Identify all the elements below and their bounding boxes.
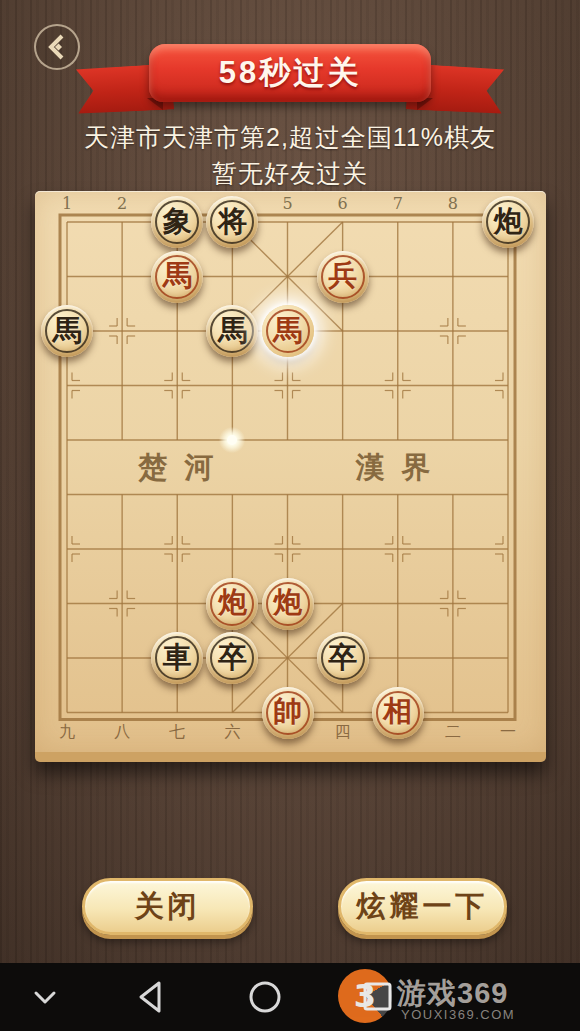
back-nav-icon[interactable]: [128, 975, 172, 1019]
river-label-left: 楚河: [130, 448, 231, 488]
xiangqi-board[interactable]: 123456789 九八七六五四三二一 楚河 漢界 象将炮馬兵馬馬馬炮炮車卒卒帥…: [35, 191, 546, 762]
piece-character: 兵: [328, 261, 357, 290]
piece-character: 馬: [163, 261, 192, 290]
piece-character: 車: [163, 643, 192, 672]
piece-black-f3r9[interactable]: 車: [151, 632, 203, 684]
piece-black-f4r3[interactable]: 馬: [206, 305, 258, 357]
file-label-bottom-9: 一: [493, 722, 523, 743]
file-label-top-7: 7: [383, 194, 413, 213]
piece-character: 卒: [328, 643, 357, 672]
piece-character: 帥: [273, 697, 302, 726]
home-nav-icon[interactable]: [243, 975, 287, 1019]
move-origin-marker: [219, 427, 245, 453]
piece-red-f5r3[interactable]: 馬: [262, 305, 314, 357]
file-label-top-6: 6: [328, 194, 358, 213]
close-button[interactable]: 关闭: [82, 878, 253, 935]
result-banner: 58秒过关: [75, 42, 505, 114]
banner-title: 58秒过关: [219, 52, 361, 94]
piece-red-f3r2[interactable]: 馬: [151, 251, 203, 303]
piece-black-f6r9[interactable]: 卒: [317, 632, 369, 684]
file-label-bottom-8: 二: [438, 722, 468, 743]
piece-character: 炮: [494, 207, 523, 236]
close-button-label: 关闭: [135, 887, 201, 927]
piece-character: 炮: [218, 588, 247, 617]
piece-red-f5r8[interactable]: 炮: [262, 578, 314, 630]
back-button[interactable]: [34, 24, 80, 70]
file-label-top-8: 8: [438, 194, 468, 213]
piece-character: 象: [163, 207, 192, 236]
piece-character: 卒: [218, 643, 247, 672]
piece-character: 相: [383, 697, 412, 726]
piece-character: 馬: [273, 316, 302, 345]
brag-button[interactable]: 炫耀一下: [338, 878, 507, 935]
file-label-top-2: 2: [107, 194, 137, 213]
brag-button-label: 炫耀一下: [357, 887, 489, 927]
file-label-bottom-2: 八: [107, 722, 137, 743]
piece-character: 炮: [273, 588, 302, 617]
piece-red-f5r10[interactable]: 帥: [262, 687, 314, 739]
rank-text: 天津市天津市第2,超过全国11%棋友: [0, 121, 580, 154]
recents-nav-icon[interactable]: [355, 975, 399, 1019]
hide-navbar-chevron-icon[interactable]: [23, 975, 67, 1019]
piece-character: 馬: [218, 316, 247, 345]
piece-black-f1r3[interactable]: 馬: [41, 305, 93, 357]
back-arrow-icon: [42, 32, 72, 62]
piece-black-f9r1[interactable]: 炮: [482, 196, 534, 248]
file-label-bottom-3: 七: [162, 722, 192, 743]
piece-black-f4r1[interactable]: 将: [206, 196, 258, 248]
watermark-site-url: YOUXI369.COM: [401, 1007, 515, 1022]
ribbon-band: 58秒过关: [149, 44, 431, 102]
file-label-bottom-4: 六: [217, 722, 247, 743]
piece-red-f7r10[interactable]: 相: [372, 687, 424, 739]
file-label-bottom-6: 四: [328, 722, 358, 743]
file-label-bottom-1: 九: [52, 722, 82, 743]
piece-character: 将: [218, 207, 247, 236]
piece-black-f4r9[interactable]: 卒: [206, 632, 258, 684]
piece-character: 馬: [53, 316, 82, 345]
river-label-right: 漢界: [347, 448, 448, 488]
friends-text: 暂无好友过关: [0, 157, 580, 190]
file-label-top-1: 1: [52, 194, 82, 213]
piece-red-f6r2[interactable]: 兵: [317, 251, 369, 303]
piece-black-f3r1[interactable]: 象: [151, 196, 203, 248]
file-label-top-5: 5: [273, 194, 303, 213]
board-grid: [35, 191, 546, 752]
android-navbar: 3 游戏369 YOUXI369.COM: [0, 963, 580, 1031]
screen: { "game": "xiangqi", "position": { "fen"…: [0, 0, 580, 1031]
piece-red-f4r8[interactable]: 炮: [206, 578, 258, 630]
